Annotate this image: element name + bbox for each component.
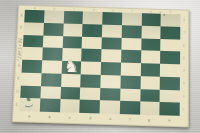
square-f8[interactable]: [122, 13, 142, 26]
square-d7[interactable]: [82, 24, 102, 37]
square-b5[interactable]: [42, 48, 62, 61]
square-h7[interactable]: [161, 26, 181, 39]
square-e8[interactable]: [102, 12, 122, 25]
white-knight[interactable]: ♞: [63, 58, 79, 75]
coord-label: c: [69, 116, 71, 119]
square-d6[interactable]: [82, 36, 102, 49]
square-f2[interactable]: [120, 88, 140, 102]
square-d3[interactable]: [80, 74, 100, 87]
square-c2[interactable]: [60, 86, 80, 99]
coord-label: b: [48, 115, 50, 118]
square-e7[interactable]: [102, 24, 122, 37]
coord-label: 6: [19, 39, 21, 42]
square-b4[interactable]: [41, 60, 61, 73]
square-g6[interactable]: [141, 38, 161, 51]
square-a8[interactable]: [24, 10, 44, 23]
square-e6[interactable]: [101, 37, 121, 50]
coord-label: h: [168, 119, 170, 122]
square-f3[interactable]: [120, 75, 140, 88]
square-d2[interactable]: [80, 87, 100, 101]
photo-scene: abcdefgh abcdefgh 87654321 87654321 ♞ ♞: [0, 0, 200, 133]
chess-board[interactable]: ♞: [20, 10, 181, 116]
coord-label: 3: [182, 82, 184, 85]
square-a3[interactable]: [21, 72, 41, 85]
square-b1[interactable]: [40, 99, 61, 113]
square-e2[interactable]: [100, 88, 120, 102]
square-g2[interactable]: [140, 89, 160, 103]
coord-label: a: [28, 115, 30, 118]
square-d5[interactable]: [81, 49, 101, 62]
dust-speck: [159, 11, 160, 12]
coord-label: 2: [16, 90, 18, 93]
square-c8[interactable]: [63, 11, 83, 24]
square-f1[interactable]: [120, 101, 140, 115]
square-a4[interactable]: [22, 60, 42, 73]
logo-swoosh: [24, 103, 33, 108]
square-a7[interactable]: [24, 22, 44, 35]
square-h8[interactable]: [161, 14, 181, 27]
coord-label: 3: [17, 77, 19, 80]
coord-label: 7: [20, 27, 22, 30]
square-f7[interactable]: [121, 25, 141, 38]
coord-label: 6: [183, 44, 185, 47]
square-h2[interactable]: [160, 89, 180, 103]
square-b6[interactable]: [43, 35, 63, 48]
coord-label: f: [129, 118, 130, 121]
square-e1[interactable]: [100, 100, 120, 114]
square-d1[interactable]: [80, 100, 100, 114]
square-h1[interactable]: [160, 102, 180, 116]
square-b8[interactable]: [44, 10, 64, 23]
coord-label: 5: [18, 52, 20, 55]
square-e3[interactable]: [100, 75, 120, 88]
square-h5[interactable]: [160, 51, 180, 64]
coord-label: 4: [18, 64, 20, 67]
square-c7[interactable]: [63, 23, 83, 36]
coord-label: 4: [182, 69, 184, 72]
square-f6[interactable]: [121, 37, 141, 50]
coord-label: d: [89, 117, 91, 120]
coord-label: 8: [20, 14, 22, 17]
rank-labels-right: 87654321: [180, 14, 188, 116]
square-e4[interactable]: [101, 62, 121, 75]
square-c6[interactable]: [62, 36, 82, 49]
coord-label: 5: [183, 56, 185, 59]
square-f4[interactable]: [121, 63, 141, 76]
square-a6[interactable]: [23, 35, 43, 48]
coord-label: 2: [182, 95, 184, 98]
square-g8[interactable]: [141, 13, 161, 26]
coord-label: 1: [16, 103, 18, 106]
coord-label: e: [109, 117, 111, 120]
coord-label: 7: [183, 31, 185, 34]
vinyl-chess-mat: abcdefgh abcdefgh 87654321 87654321 ♞ ♞: [12, 5, 189, 128]
square-d8[interactable]: [83, 11, 103, 24]
maker-logo: ♞: [22, 96, 36, 110]
square-c1[interactable]: [60, 99, 80, 113]
coord-label: g: [148, 118, 150, 121]
square-f5[interactable]: [121, 50, 141, 63]
coord-label: 1: [182, 108, 184, 111]
square-b3[interactable]: [41, 73, 61, 86]
square-h4[interactable]: [160, 64, 180, 77]
square-a5[interactable]: [22, 47, 42, 60]
square-b2[interactable]: [40, 86, 60, 99]
coord-label: 8: [183, 19, 185, 22]
square-h3[interactable]: [160, 76, 180, 89]
square-h6[interactable]: [160, 39, 180, 52]
square-c4[interactable]: ♞: [61, 61, 81, 74]
square-b7[interactable]: [43, 23, 63, 36]
dust-speck: [163, 14, 164, 15]
square-d4[interactable]: [81, 61, 101, 74]
square-e5[interactable]: [101, 49, 121, 62]
square-g1[interactable]: [140, 102, 160, 116]
square-g4[interactable]: [140, 63, 160, 76]
scuff-marks: [17, 37, 22, 61]
square-g3[interactable]: [140, 76, 160, 89]
square-g7[interactable]: [141, 26, 161, 39]
square-g5[interactable]: [141, 51, 161, 64]
